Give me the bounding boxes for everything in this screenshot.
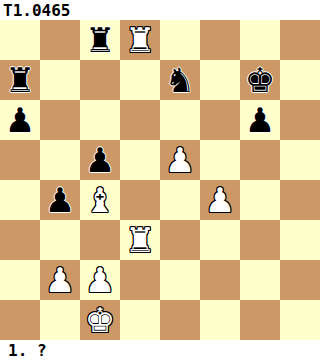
square-f3[interactable] [200, 220, 240, 260]
square-c3[interactable] [80, 220, 120, 260]
square-g2[interactable] [240, 260, 280, 300]
square-g5[interactable] [240, 140, 280, 180]
square-a2[interactable] [0, 260, 40, 300]
square-g6[interactable]: ♟ [240, 100, 280, 140]
black-rook-c8: ♜ [85, 20, 115, 60]
black-pawn-c5: ♟ [85, 140, 115, 180]
square-c4[interactable]: ♝ [80, 180, 120, 220]
white-rook-d3: ♜ [125, 220, 155, 260]
square-d4[interactable] [120, 180, 160, 220]
white-king-c1: ♚ [85, 300, 115, 340]
white-pawn-c2: ♟ [85, 260, 115, 300]
square-d6[interactable] [120, 100, 160, 140]
square-a8[interactable] [0, 20, 40, 60]
square-c8[interactable]: ♜ [80, 20, 120, 60]
square-d3[interactable]: ♜ [120, 220, 160, 260]
square-g7[interactable]: ♚ [240, 60, 280, 100]
square-b5[interactable] [40, 140, 80, 180]
square-f1[interactable] [200, 300, 240, 340]
square-h5[interactable] [280, 140, 320, 180]
black-king-g7: ♚ [245, 60, 275, 100]
black-pawn-a6: ♟ [5, 100, 35, 140]
square-f2[interactable] [200, 260, 240, 300]
black-pawn-g6: ♟ [245, 100, 275, 140]
square-a3[interactable] [0, 220, 40, 260]
black-rook-a7: ♜ [5, 60, 35, 100]
square-h8[interactable] [280, 20, 320, 60]
chess-puzzle-window: T1.0465 ♜♜♜♞♚♟♟♟♟♟♝♟♜♟♟♚ 1. ? [0, 0, 320, 360]
square-b8[interactable] [40, 20, 80, 60]
square-g4[interactable] [240, 180, 280, 220]
square-h4[interactable] [280, 180, 320, 220]
white-pawn-b2: ♟ [45, 260, 75, 300]
white-bishop-c4: ♝ [85, 180, 115, 220]
white-rook-d8: ♜ [125, 20, 155, 60]
square-d2[interactable] [120, 260, 160, 300]
square-e4[interactable] [160, 180, 200, 220]
square-a4[interactable] [0, 180, 40, 220]
square-f8[interactable] [200, 20, 240, 60]
square-h6[interactable] [280, 100, 320, 140]
square-a1[interactable] [0, 300, 40, 340]
square-b2[interactable]: ♟ [40, 260, 80, 300]
square-h2[interactable] [280, 260, 320, 300]
square-f7[interactable] [200, 60, 240, 100]
square-d8[interactable]: ♜ [120, 20, 160, 60]
square-f6[interactable] [200, 100, 240, 140]
square-c1[interactable]: ♚ [80, 300, 120, 340]
square-c2[interactable]: ♟ [80, 260, 120, 300]
square-d5[interactable] [120, 140, 160, 180]
square-e5[interactable]: ♟ [160, 140, 200, 180]
square-h1[interactable] [280, 300, 320, 340]
square-d7[interactable] [120, 60, 160, 100]
white-pawn-f4: ♟ [205, 180, 235, 220]
black-pawn-b4: ♟ [45, 180, 75, 220]
square-c6[interactable] [80, 100, 120, 140]
square-c5[interactable]: ♟ [80, 140, 120, 180]
square-e3[interactable] [160, 220, 200, 260]
square-g8[interactable] [240, 20, 280, 60]
square-f4[interactable]: ♟ [200, 180, 240, 220]
square-h3[interactable] [280, 220, 320, 260]
square-g1[interactable] [240, 300, 280, 340]
square-b6[interactable] [40, 100, 80, 140]
square-c7[interactable] [80, 60, 120, 100]
square-a6[interactable]: ♟ [0, 100, 40, 140]
square-b7[interactable] [40, 60, 80, 100]
move-prompt: 1. ? [0, 340, 320, 360]
square-e6[interactable] [160, 100, 200, 140]
black-knight-e7: ♞ [165, 60, 195, 100]
square-a7[interactable]: ♜ [0, 60, 40, 100]
square-f5[interactable] [200, 140, 240, 180]
square-b3[interactable] [40, 220, 80, 260]
square-e8[interactable] [160, 20, 200, 60]
square-a5[interactable] [0, 140, 40, 180]
square-b1[interactable] [40, 300, 80, 340]
square-h7[interactable] [280, 60, 320, 100]
white-pawn-e5: ♟ [165, 140, 195, 180]
square-b4[interactable]: ♟ [40, 180, 80, 220]
square-e1[interactable] [160, 300, 200, 340]
square-d1[interactable] [120, 300, 160, 340]
square-e2[interactable] [160, 260, 200, 300]
puzzle-id-title: T1.0465 [0, 0, 320, 20]
chess-board: ♜♜♜♞♚♟♟♟♟♟♝♟♜♟♟♚ [0, 20, 320, 340]
square-e7[interactable]: ♞ [160, 60, 200, 100]
square-g3[interactable] [240, 220, 280, 260]
